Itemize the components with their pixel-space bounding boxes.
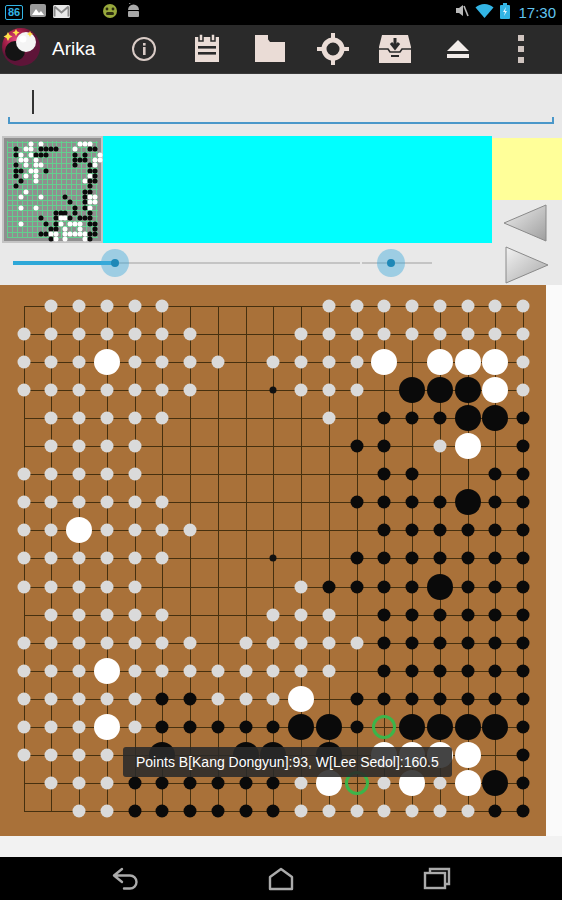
dot-gray-point	[433, 440, 446, 453]
dot-gray-point	[128, 720, 141, 733]
stone-black-point	[482, 405, 508, 431]
dot-gray-point	[73, 804, 86, 817]
dot-gray-point	[156, 384, 169, 397]
stone-white-point	[94, 714, 120, 740]
dot-black-point	[378, 440, 391, 453]
thumbnail-stone	[93, 163, 98, 168]
dot-gray-point	[211, 664, 224, 677]
dot-gray-point	[17, 692, 30, 705]
cyan-panel[interactable]	[103, 136, 492, 243]
dot-gray-point	[128, 524, 141, 537]
dot-gray-point	[100, 412, 113, 425]
thumbnail-stone	[13, 173, 18, 178]
dot-gray-point	[73, 552, 86, 565]
dot-gray-point	[295, 384, 308, 397]
dot-gray-point	[73, 300, 86, 313]
dot-gray-point	[350, 356, 363, 369]
dot-gray-point	[100, 524, 113, 537]
dot-gray-point	[322, 664, 335, 677]
dot-gray-point	[45, 748, 58, 761]
dot-gray-point	[45, 776, 58, 789]
dot-gray-point	[461, 328, 474, 341]
dot-black-point	[378, 552, 391, 565]
thumbnail-stone	[18, 179, 23, 184]
dot-black-point	[517, 468, 530, 481]
gmail-icon	[53, 4, 70, 22]
dot-black-point	[211, 804, 224, 817]
dot-gray-point	[461, 300, 474, 313]
dot-gray-point	[156, 356, 169, 369]
dot-black-point	[406, 608, 419, 621]
stone-black-point	[455, 714, 481, 740]
dot-black-point	[461, 608, 474, 621]
dot-black-point	[433, 608, 446, 621]
thumbnail-stone	[38, 195, 43, 200]
stone-white-point	[482, 377, 508, 403]
dot-gray-point	[73, 468, 86, 481]
dot-gray-point	[350, 636, 363, 649]
dot-black-point	[378, 636, 391, 649]
dot-black-point	[406, 524, 419, 537]
dot-gray-point	[45, 664, 58, 677]
dot-gray-point	[156, 412, 169, 425]
mute-icon	[454, 3, 469, 22]
dot-gray-point	[295, 608, 308, 621]
dot-black-point	[350, 440, 363, 453]
thumbnail-stone	[53, 226, 58, 231]
thumbnail-stone	[38, 163, 43, 168]
dot-gray-point	[100, 608, 113, 621]
dot-gray-point	[239, 664, 252, 677]
dot-gray-point	[45, 356, 58, 369]
stone-black-point	[455, 377, 481, 403]
dot-black-point	[156, 692, 169, 705]
dot-black-point	[378, 664, 391, 677]
dot-gray-point	[378, 804, 391, 817]
thumbnail-stone	[93, 221, 98, 226]
stone-white-point	[482, 349, 508, 375]
dot-black-point	[239, 804, 252, 817]
dot-black-point	[184, 804, 197, 817]
dot-gray-point	[406, 328, 419, 341]
dot-black-point	[489, 524, 502, 537]
dot-gray-point	[322, 412, 335, 425]
thumbnail-stone	[63, 195, 68, 200]
app-title: Arika	[52, 38, 95, 60]
dot-gray-point	[239, 692, 252, 705]
home-button[interactable]	[246, 861, 316, 897]
stone-black-point	[427, 714, 453, 740]
stone-white-point	[455, 433, 481, 459]
dot-gray-point	[128, 328, 141, 341]
thumbnail-stone	[83, 157, 88, 162]
dot-black-point	[489, 580, 502, 593]
dot-gray-point	[45, 524, 58, 537]
dot-black-point	[489, 496, 502, 509]
yellow-panel[interactable]	[492, 138, 562, 200]
stone-white-point	[288, 686, 314, 712]
stone-black-point	[288, 714, 314, 740]
dot-gray-point	[73, 580, 86, 593]
stone-white-point	[94, 349, 120, 375]
clock-text: 17:30	[518, 4, 556, 21]
thumbnail-stone	[88, 189, 93, 194]
thumbnail-stone	[93, 173, 98, 178]
dot-black-point	[517, 580, 530, 593]
dot-gray-point	[17, 580, 30, 593]
battery-charging-icon	[500, 3, 510, 23]
dot-gray-point	[45, 608, 58, 621]
hoshi-point	[270, 387, 277, 394]
thumbnail-stone	[23, 173, 28, 178]
dot-gray-point	[295, 636, 308, 649]
thumbnail-stone	[58, 221, 63, 226]
status-bar-right: 17:30	[454, 3, 562, 23]
dot-gray-point	[128, 384, 141, 397]
comment-input[interactable]	[8, 80, 554, 124]
dot-black-point	[461, 552, 474, 565]
dot-black-point	[350, 580, 363, 593]
thumbnail-stone	[18, 205, 23, 210]
gallery-icon	[30, 3, 46, 22]
dot-black-point	[156, 720, 169, 733]
dot-black-point	[378, 524, 391, 537]
thumbnail-stone	[88, 184, 93, 189]
dot-gray-point	[156, 608, 169, 621]
dot-gray-point	[267, 636, 280, 649]
dot-gray-point	[461, 804, 474, 817]
thumbnail-stone	[13, 147, 18, 152]
dot-black-point	[489, 636, 502, 649]
dot-gray-point	[184, 636, 197, 649]
dot-black-point	[461, 580, 474, 593]
dot-gray-point	[45, 496, 58, 509]
dot-gray-point	[73, 412, 86, 425]
dot-black-point	[461, 636, 474, 649]
thumbnail-stone	[73, 147, 78, 152]
dot-black-point	[433, 524, 446, 537]
thumbnail-stone	[88, 205, 93, 210]
edittext-underline	[8, 122, 554, 124]
thumbnail-stone	[93, 179, 98, 184]
dot-gray-point	[322, 384, 335, 397]
thumbnail-stone	[38, 216, 43, 221]
slider-row	[0, 246, 562, 282]
edittext-tick-left	[8, 117, 10, 124]
thumbnail-stone	[23, 189, 28, 194]
thumbnail-stone	[88, 210, 93, 215]
dot-gray-point	[406, 300, 419, 313]
android-bug-icon	[102, 3, 118, 23]
dot-black-point	[406, 552, 419, 565]
dot-gray-point	[100, 580, 113, 593]
dot-black-point	[184, 776, 197, 789]
dot-black-point	[517, 496, 530, 509]
dot-black-point	[489, 692, 502, 705]
dot-gray-point	[128, 356, 141, 369]
dot-gray-point	[73, 440, 86, 453]
dot-black-point	[489, 664, 502, 677]
dot-black-point	[433, 664, 446, 677]
dot-gray-point	[378, 300, 391, 313]
app-icon[interactable]	[0, 26, 42, 72]
dot-gray-point	[45, 468, 58, 481]
thumbnail-stone	[78, 221, 83, 226]
dot-black-point	[350, 496, 363, 509]
dot-gray-point	[73, 692, 86, 705]
dot-black-point	[378, 580, 391, 593]
thumbnail-stone	[53, 147, 58, 152]
thumbnail-stone	[43, 168, 48, 173]
dot-black-point	[517, 776, 530, 789]
dot-gray-point	[100, 300, 113, 313]
dot-gray-point	[156, 664, 169, 677]
dot-gray-point	[73, 384, 86, 397]
dot-black-point	[378, 496, 391, 509]
dot-black-point	[350, 692, 363, 705]
dot-gray-point	[45, 692, 58, 705]
dot-gray-point	[45, 552, 58, 565]
bottom-strip	[0, 836, 562, 857]
dot-gray-point	[378, 328, 391, 341]
dot-gray-point	[128, 440, 141, 453]
dot-black-point	[267, 804, 280, 817]
dot-gray-point	[156, 524, 169, 537]
dot-gray-point	[45, 720, 58, 733]
dot-gray-point	[433, 776, 446, 789]
thumbnail-stone	[73, 205, 78, 210]
dot-gray-point	[406, 804, 419, 817]
battery-percent-badge: 86	[5, 5, 23, 20]
dot-gray-point	[73, 496, 86, 509]
dot-black-point	[406, 496, 419, 509]
dot-gray-point	[100, 776, 113, 789]
thumbnail-stone	[28, 142, 33, 147]
dot-black-point	[406, 468, 419, 481]
dot-black-point	[184, 692, 197, 705]
dot-black-point	[489, 552, 502, 565]
dot-gray-point	[184, 524, 197, 537]
recents-button[interactable]	[402, 861, 472, 897]
dot-gray-point	[156, 552, 169, 565]
dot-black-point	[378, 468, 391, 481]
dot-black-point	[239, 720, 252, 733]
thumbnail-stone	[63, 210, 68, 215]
dot-black-point	[350, 552, 363, 565]
dot-gray-point	[45, 328, 58, 341]
thumbnail-stone	[93, 147, 98, 152]
dot-black-point	[489, 468, 502, 481]
dot-black-point	[406, 412, 419, 425]
thumbnail-stone	[73, 152, 78, 157]
dot-black-point	[406, 664, 419, 677]
dot-black-point	[267, 776, 280, 789]
status-bar: 86 17:30	[0, 0, 562, 25]
thumbnail-stone	[78, 226, 83, 231]
dot-black-point	[378, 412, 391, 425]
dot-gray-point	[267, 664, 280, 677]
dot-gray-point	[17, 384, 30, 397]
thumbnail-stone	[43, 221, 48, 226]
dot-gray-point	[322, 636, 335, 649]
dot-black-point	[239, 776, 252, 789]
dot-gray-point	[100, 692, 113, 705]
back-button[interactable]	[90, 861, 160, 897]
dot-gray-point	[128, 692, 141, 705]
android-robot-icon	[125, 3, 142, 22]
thumbnail-stone	[73, 163, 78, 168]
dot-black-point	[378, 692, 391, 705]
stone-black-point	[427, 377, 453, 403]
dot-gray-point	[433, 804, 446, 817]
dot-gray-point	[100, 748, 113, 761]
thumbnail-stone	[23, 163, 28, 168]
thumbnail-stone	[33, 205, 38, 210]
open-folder-button[interactable]	[248, 27, 292, 71]
stone-black-point	[482, 770, 508, 796]
overflow-menu-button[interactable]	[499, 27, 543, 71]
stone-white-point	[371, 349, 397, 375]
dot-black-point	[517, 552, 530, 565]
dot-black-point	[517, 804, 530, 817]
dot-black-point	[267, 720, 280, 733]
text-cursor	[32, 90, 34, 114]
dot-gray-point	[322, 328, 335, 341]
dot-gray-point	[45, 580, 58, 593]
dot-gray-point	[73, 720, 86, 733]
green-circle-marker	[372, 715, 396, 739]
dot-gray-point	[156, 328, 169, 341]
board-thumbnail[interactable]	[2, 136, 103, 243]
dot-gray-point	[211, 692, 224, 705]
dot-gray-point	[17, 636, 30, 649]
comment-input-row	[0, 74, 562, 134]
dot-black-point	[350, 720, 363, 733]
thumbnail-stone	[68, 200, 73, 205]
dot-black-point	[156, 776, 169, 789]
dot-black-point	[517, 608, 530, 621]
dot-gray-point	[17, 664, 30, 677]
dot-gray-point	[517, 328, 530, 341]
thumbnail-stone	[18, 152, 23, 157]
dot-gray-point	[267, 356, 280, 369]
dot-gray-point	[128, 496, 141, 509]
dot-black-point	[433, 692, 446, 705]
dot-black-point	[461, 524, 474, 537]
dot-gray-point	[350, 300, 363, 313]
dot-gray-point	[184, 356, 197, 369]
status-bar-left: 86	[0, 3, 454, 23]
thumbnail-stone	[18, 195, 23, 200]
dot-gray-point	[350, 384, 363, 397]
secondary-slider-thumb[interactable]	[377, 249, 405, 277]
dot-gray-point	[128, 412, 141, 425]
info-button[interactable]	[122, 27, 166, 71]
dot-gray-point	[45, 300, 58, 313]
thumbnail-stone	[93, 226, 98, 231]
dot-gray-point	[295, 356, 308, 369]
eject-button[interactable]	[436, 27, 480, 71]
thumbnail-stone	[98, 152, 103, 157]
thumbnail-stone	[93, 232, 98, 237]
dot-gray-point	[100, 804, 113, 817]
dot-gray-point	[433, 328, 446, 341]
thumbnail-stone	[33, 179, 38, 184]
dot-gray-point	[73, 356, 86, 369]
dot-gray-point	[17, 328, 30, 341]
dot-gray-point	[100, 552, 113, 565]
thumbnail-stone	[83, 152, 88, 157]
dot-gray-point	[17, 748, 30, 761]
thumbnail-stone	[33, 173, 38, 178]
thumbnail-stone	[88, 237, 93, 242]
import-archive-button[interactable]	[373, 27, 417, 71]
dot-gray-point	[100, 440, 113, 453]
action-bar-icons	[103, 27, 562, 71]
move-slider-thumb[interactable]	[101, 249, 129, 277]
thumbnail-stone	[93, 200, 98, 205]
stone-black-point	[455, 489, 481, 515]
dot-black-point	[433, 496, 446, 509]
thumbnail-stone	[63, 226, 68, 231]
dot-gray-point	[17, 720, 30, 733]
dot-gray-point	[128, 664, 141, 677]
target-button[interactable]	[311, 27, 355, 71]
android-nav-bar	[0, 857, 562, 900]
thumbnail-stone	[68, 216, 73, 221]
previous-move-button[interactable]	[500, 203, 552, 243]
stone-white-point	[66, 517, 92, 543]
dot-gray-point	[267, 692, 280, 705]
dot-gray-point	[267, 608, 280, 621]
dot-gray-point	[322, 356, 335, 369]
thumbnail-stone	[33, 168, 38, 173]
thumbnail-stone	[43, 152, 48, 157]
stone-black-point	[399, 377, 425, 403]
dot-black-point	[156, 804, 169, 817]
thumbnail-stone	[38, 142, 43, 147]
dot-black-point	[517, 720, 530, 733]
dot-gray-point	[73, 328, 86, 341]
dot-gray-point	[17, 468, 30, 481]
stone-white-point	[427, 349, 453, 375]
dot-gray-point	[239, 636, 252, 649]
dot-gray-point	[128, 552, 141, 565]
dot-gray-point	[322, 300, 335, 313]
dot-gray-point	[128, 608, 141, 621]
dot-black-point	[184, 720, 197, 733]
dot-gray-point	[184, 384, 197, 397]
stone-white-point	[455, 349, 481, 375]
dot-black-point	[461, 692, 474, 705]
stone-black-point	[427, 574, 453, 600]
dot-gray-point	[295, 804, 308, 817]
dot-gray-point	[378, 776, 391, 789]
save-notes-button[interactable]	[185, 27, 229, 71]
dot-gray-point	[184, 664, 197, 677]
stone-white-point	[455, 770, 481, 796]
dot-gray-point	[100, 636, 113, 649]
thumbnail-stone	[98, 157, 103, 162]
thumbnail-stone	[53, 232, 58, 237]
dot-black-point	[406, 580, 419, 593]
dot-black-point	[489, 608, 502, 621]
dot-gray-point	[350, 328, 363, 341]
dot-black-point	[461, 664, 474, 677]
dot-gray-point	[73, 608, 86, 621]
dot-gray-point	[45, 440, 58, 453]
dot-gray-point	[17, 496, 30, 509]
